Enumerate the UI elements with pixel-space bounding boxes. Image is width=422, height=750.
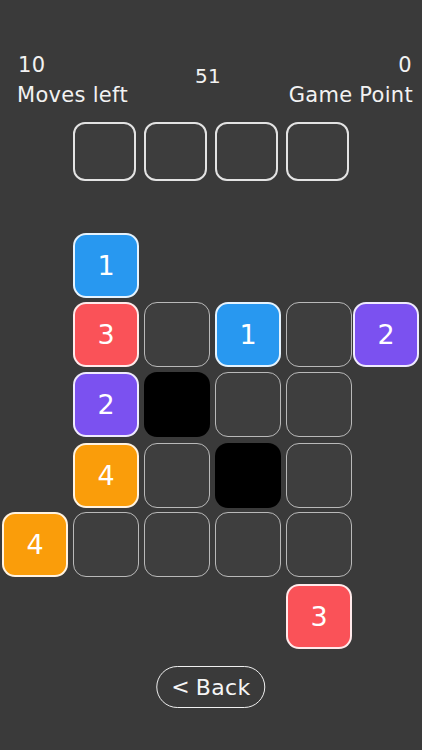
grid-cell-r1c2 (144, 302, 210, 367)
game-screen: 10 Moves left 51 0 Game Point 13122443 <… (0, 0, 422, 750)
blocker-tile-1 (144, 372, 210, 437)
grid-cell-r4c3 (215, 512, 281, 577)
tile-blue-1[interactable]: 1 (215, 302, 281, 367)
tile-orange-4[interactable]: 4 (73, 443, 139, 508)
back-button-label: Back (196, 675, 251, 700)
tile-purple-2[interactable]: 2 (73, 372, 139, 437)
incoming-tile-bottom-red-3[interactable]: 3 (286, 584, 352, 649)
grid-cell-r4c2 (144, 512, 210, 577)
board: 13122443 (0, 0, 422, 750)
grid-cell-r4c1 (73, 512, 139, 577)
queue-slot-4 (286, 122, 349, 181)
grid-cell-r3c2 (144, 443, 210, 508)
incoming-tile-left-orange-4[interactable]: 4 (2, 512, 68, 577)
queue-slot-3 (215, 122, 278, 181)
blocker-tile-2 (215, 443, 281, 508)
incoming-tile-top-blue-1[interactable]: 1 (73, 233, 139, 298)
grid-cell-r2c3 (215, 372, 281, 437)
incoming-tile-right-purple-2[interactable]: 2 (353, 302, 419, 367)
grid-cell-r1c4 (286, 302, 352, 367)
tile-red-3[interactable]: 3 (73, 302, 139, 367)
grid-cell-r4c4 (286, 512, 352, 577)
back-button[interactable]: < Back (156, 666, 265, 708)
grid-cell-r2c4 (286, 372, 352, 437)
grid-cell-r3c4 (286, 443, 352, 508)
queue-slot-1 (73, 122, 136, 181)
queue-slot-2 (144, 122, 207, 181)
back-chevron-icon: < (171, 674, 189, 699)
